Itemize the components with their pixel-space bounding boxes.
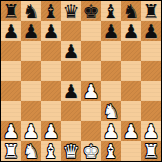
- square-d4[interactable]: ♟: [61, 81, 81, 101]
- square-c8[interactable]: ♝: [41, 1, 61, 21]
- square-h3[interactable]: [141, 101, 161, 121]
- square-g2[interactable]: ♟: [121, 121, 141, 141]
- white-knight[interactable]: ♞: [102, 101, 119, 121]
- white-bishop[interactable]: ♝: [42, 141, 59, 161]
- black-pawn[interactable]: ♟: [2, 21, 19, 41]
- white-pawn[interactable]: ♟: [102, 121, 119, 141]
- square-e8[interactable]: ♚: [81, 1, 101, 21]
- black-king[interactable]: ♚: [82, 1, 99, 21]
- square-c3[interactable]: [41, 101, 61, 121]
- square-b3[interactable]: [21, 101, 41, 121]
- black-bishop[interactable]: ♝: [102, 1, 119, 21]
- square-d1[interactable]: ♛: [61, 141, 81, 161]
- square-f5[interactable]: [101, 61, 121, 81]
- white-pawn[interactable]: ♟: [122, 121, 139, 141]
- square-d5[interactable]: [61, 61, 81, 81]
- black-pawn[interactable]: ♟: [62, 41, 79, 61]
- black-queen[interactable]: ♛: [62, 1, 79, 21]
- black-pawn[interactable]: ♟: [42, 21, 59, 41]
- square-g8[interactable]: ♞: [121, 1, 141, 21]
- square-b7[interactable]: ♟: [21, 21, 41, 41]
- square-h7[interactable]: ♟: [141, 21, 161, 41]
- white-rook[interactable]: ♜: [142, 141, 159, 161]
- square-d3[interactable]: [61, 101, 81, 121]
- square-f7[interactable]: ♟: [101, 21, 121, 41]
- square-c1[interactable]: ♝: [41, 141, 61, 161]
- square-f6[interactable]: [101, 41, 121, 61]
- white-bishop[interactable]: ♝: [102, 141, 119, 161]
- square-d2[interactable]: [61, 121, 81, 141]
- square-f8[interactable]: ♝: [101, 1, 121, 21]
- white-queen[interactable]: ♛: [62, 141, 79, 161]
- black-pawn[interactable]: ♟: [122, 21, 139, 41]
- square-e1[interactable]: ♚: [81, 141, 101, 161]
- square-a4[interactable]: [1, 81, 21, 101]
- square-c7[interactable]: ♟: [41, 21, 61, 41]
- square-h4[interactable]: [141, 81, 161, 101]
- white-pawn[interactable]: ♟: [22, 121, 39, 141]
- square-c4[interactable]: [41, 81, 61, 101]
- black-rook[interactable]: ♜: [2, 1, 19, 21]
- square-g4[interactable]: [121, 81, 141, 101]
- square-g7[interactable]: ♟: [121, 21, 141, 41]
- black-pawn[interactable]: ♟: [22, 21, 39, 41]
- square-h2[interactable]: ♟: [141, 121, 161, 141]
- square-e3[interactable]: [81, 101, 101, 121]
- chess-board: ♜♞♝♛♚♝♞♜♟♟♟♟♟♟♟♟♟♞♟♟♟♟♟♟♜♞♝♛♚♝♜: [0, 0, 162, 162]
- white-pawn[interactable]: ♟: [42, 121, 59, 141]
- square-a6[interactable]: [1, 41, 21, 61]
- square-a2[interactable]: ♟: [1, 121, 21, 141]
- square-b1[interactable]: ♞: [21, 141, 41, 161]
- square-a3[interactable]: [1, 101, 21, 121]
- square-g1[interactable]: [121, 141, 141, 161]
- square-g5[interactable]: [121, 61, 141, 81]
- square-d7[interactable]: [61, 21, 81, 41]
- square-g3[interactable]: [121, 101, 141, 121]
- square-e7[interactable]: [81, 21, 101, 41]
- square-b8[interactable]: ♞: [21, 1, 41, 21]
- square-a5[interactable]: [1, 61, 21, 81]
- white-pawn[interactable]: ♟: [2, 121, 19, 141]
- black-pawn[interactable]: ♟: [102, 21, 119, 41]
- square-h5[interactable]: [141, 61, 161, 81]
- black-pawn[interactable]: ♟: [142, 21, 159, 41]
- square-f1[interactable]: ♝: [101, 141, 121, 161]
- square-d6[interactable]: ♟: [61, 41, 81, 61]
- square-c5[interactable]: [41, 61, 61, 81]
- square-g6[interactable]: [121, 41, 141, 61]
- square-h6[interactable]: [141, 41, 161, 61]
- square-f3[interactable]: ♞: [101, 101, 121, 121]
- square-f4[interactable]: [101, 81, 121, 101]
- square-f2[interactable]: ♟: [101, 121, 121, 141]
- square-b4[interactable]: [21, 81, 41, 101]
- white-rook[interactable]: ♜: [2, 141, 19, 161]
- white-knight[interactable]: ♞: [22, 141, 39, 161]
- black-knight[interactable]: ♞: [22, 1, 39, 21]
- square-e5[interactable]: [81, 61, 101, 81]
- square-e2[interactable]: [81, 121, 101, 141]
- square-d8[interactable]: ♛: [61, 1, 81, 21]
- square-b2[interactable]: ♟: [21, 121, 41, 141]
- black-rook[interactable]: ♜: [142, 1, 159, 21]
- square-a7[interactable]: ♟: [1, 21, 21, 41]
- black-pawn[interactable]: ♟: [62, 81, 79, 101]
- white-pawn[interactable]: ♟: [82, 81, 99, 101]
- square-b6[interactable]: [21, 41, 41, 61]
- square-a8[interactable]: ♜: [1, 1, 21, 21]
- square-c6[interactable]: [41, 41, 61, 61]
- white-pawn[interactable]: ♟: [142, 121, 159, 141]
- square-c2[interactable]: ♟: [41, 121, 61, 141]
- square-e4[interactable]: ♟: [81, 81, 101, 101]
- white-king[interactable]: ♚: [82, 141, 99, 161]
- black-bishop[interactable]: ♝: [42, 1, 59, 21]
- square-b5[interactable]: [21, 61, 41, 81]
- square-a1[interactable]: ♜: [1, 141, 21, 161]
- square-h8[interactable]: ♜: [141, 1, 161, 21]
- black-knight[interactable]: ♞: [122, 1, 139, 21]
- square-h1[interactable]: ♜: [141, 141, 161, 161]
- square-e6[interactable]: [81, 41, 101, 61]
